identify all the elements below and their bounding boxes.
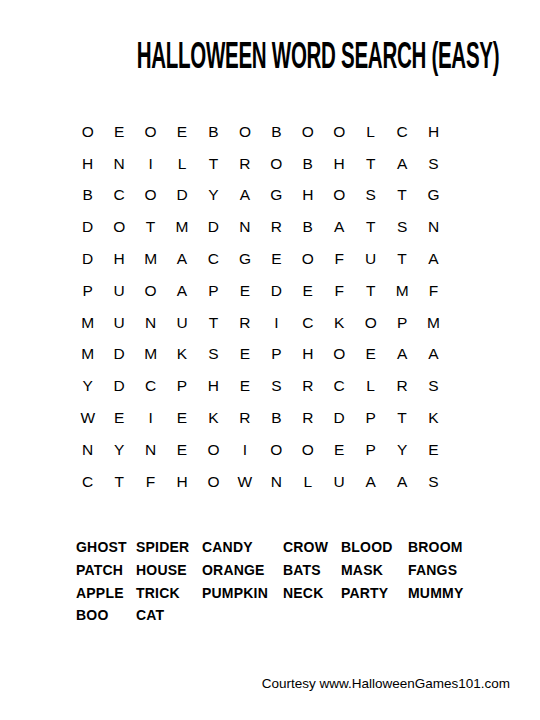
word-item: BOO	[76, 604, 136, 627]
letter-cell: P	[386, 307, 417, 339]
letter-cell: P	[355, 402, 386, 434]
letter-cell: L	[292, 466, 323, 498]
letter-cell: T	[355, 275, 386, 307]
letter-cell: K	[198, 402, 229, 434]
word-item: BATS	[283, 559, 341, 582]
letter-cell: B	[198, 116, 229, 148]
letter-cell: U	[355, 243, 386, 275]
letter-cell: T	[386, 402, 417, 434]
letter-cell: E	[418, 434, 449, 466]
letter-cell: D	[103, 370, 134, 402]
puzzle-title: HALLOWEEN WORD SEARCH (EASY)	[0, 38, 540, 81]
letter-cell: E	[229, 339, 260, 371]
letter-cell: N	[103, 148, 134, 180]
letter-cell: N	[229, 211, 260, 243]
word-item: HOUSE	[136, 559, 202, 582]
letter-cell: G	[229, 243, 260, 275]
letter-cell: T	[198, 148, 229, 180]
letter-cell: W	[72, 402, 103, 434]
letter-cell: E	[229, 370, 260, 402]
letter-cell: A	[166, 275, 197, 307]
letter-cell: N	[135, 434, 166, 466]
letter-cell: L	[355, 116, 386, 148]
letter-cell: E	[103, 402, 134, 434]
letter-cell: E	[166, 434, 197, 466]
letter-cell: H	[324, 148, 355, 180]
letter-cell: M	[386, 275, 417, 307]
letter-cell: F	[324, 275, 355, 307]
word-item: MUMMY	[408, 581, 478, 604]
letter-cell: A	[386, 339, 417, 371]
letter-cell: T	[103, 466, 134, 498]
letter-cell: E	[324, 434, 355, 466]
letter-cell: S	[355, 180, 386, 212]
letter-cell: R	[292, 370, 323, 402]
letter-cell: E	[229, 275, 260, 307]
letter-cell: F	[418, 275, 449, 307]
letter-cell: E	[103, 116, 134, 148]
letter-cell: H	[103, 243, 134, 275]
letter-cell: D	[103, 339, 134, 371]
letter-cell: M	[135, 339, 166, 371]
letter-cell: N	[72, 434, 103, 466]
letter-cell: E	[166, 402, 197, 434]
letter-cell: O	[324, 116, 355, 148]
letter-cell: O	[355, 307, 386, 339]
letter-cell: D	[261, 275, 292, 307]
letter-cell: B	[261, 402, 292, 434]
letter-cell: S	[198, 339, 229, 371]
letter-cell: E	[355, 339, 386, 371]
letter-cell: D	[198, 211, 229, 243]
word-item: BLOOD	[341, 536, 408, 559]
letter-cell: M	[72, 339, 103, 371]
letter-cell: O	[72, 116, 103, 148]
letter-cell: F	[324, 243, 355, 275]
letter-cell: S	[418, 466, 449, 498]
letter-cell: B	[261, 116, 292, 148]
letter-cell: R	[292, 402, 323, 434]
letter-cell: O	[229, 116, 260, 148]
word-list: GHOSTSPIDERCANDYCROWBLOODBROOMPATCHHOUSE…	[76, 536, 478, 627]
letter-cell: S	[386, 211, 417, 243]
letter-cell: K	[324, 307, 355, 339]
letter-cell: A	[166, 243, 197, 275]
letter-cell: O	[135, 116, 166, 148]
letter-cell: T	[386, 243, 417, 275]
letter-cell: O	[324, 339, 355, 371]
letter-cell: P	[198, 275, 229, 307]
letter-cell: A	[418, 339, 449, 371]
letter-cell: R	[229, 148, 260, 180]
letter-cell: C	[198, 243, 229, 275]
letter-cell: K	[166, 339, 197, 371]
letter-cell: H	[72, 148, 103, 180]
letter-cell: K	[418, 402, 449, 434]
letter-cell: H	[198, 370, 229, 402]
letter-cell: Y	[198, 180, 229, 212]
letter-cell: E	[261, 243, 292, 275]
letter-cell: O	[261, 148, 292, 180]
letter-cell: O	[292, 243, 323, 275]
letter-cell: B	[72, 180, 103, 212]
letter-cell: O	[198, 434, 229, 466]
letter-cell: F	[135, 466, 166, 498]
word-item: PUMPKIN	[202, 581, 283, 604]
letter-cell: P	[261, 339, 292, 371]
letter-cell: A	[229, 180, 260, 212]
letter-cell: O	[292, 434, 323, 466]
word-item: FANGS	[408, 559, 478, 582]
letter-cell: A	[386, 466, 417, 498]
letter-cell: D	[166, 180, 197, 212]
letter-cell: P	[166, 370, 197, 402]
word-item: PARTY	[341, 581, 408, 604]
letter-cell: I	[261, 307, 292, 339]
letter-cell: W	[229, 466, 260, 498]
letter-cell: T	[355, 211, 386, 243]
letter-cell: O	[198, 466, 229, 498]
letter-cell: G	[261, 180, 292, 212]
word-item: PATCH	[76, 559, 136, 582]
letter-cell: S	[418, 370, 449, 402]
letter-cell: P	[355, 434, 386, 466]
letter-cell: C	[135, 370, 166, 402]
letter-cell: M	[418, 307, 449, 339]
letter-cell: B	[292, 211, 323, 243]
letter-cell: O	[261, 434, 292, 466]
letter-cell: T	[198, 307, 229, 339]
letter-grid: OEOEBOBOOLCHHNILTROBHTASBCODYAGHOSTGDOTM…	[72, 116, 449, 498]
letter-cell: L	[355, 370, 386, 402]
letter-cell: C	[292, 307, 323, 339]
letter-cell: N	[261, 466, 292, 498]
word-item: CROW	[283, 536, 341, 559]
letter-cell: E	[166, 116, 197, 148]
letter-cell: P	[72, 275, 103, 307]
letter-cell: I	[135, 148, 166, 180]
word-item: TRICK	[136, 581, 202, 604]
puzzle-page: HALLOWEEN WORD SEARCH (EASY) OEOEBOBOOLC…	[0, 0, 540, 720]
letter-cell: U	[324, 466, 355, 498]
letter-cell: A	[386, 148, 417, 180]
letter-cell: C	[386, 116, 417, 148]
word-item: BROOM	[408, 536, 478, 559]
letter-cell: R	[386, 370, 417, 402]
letter-cell: R	[261, 211, 292, 243]
word-item: SPIDER	[136, 536, 202, 559]
letter-cell: G	[418, 180, 449, 212]
puzzle-title-text: HALLOWEEN WORD SEARCH (EASY)	[137, 38, 500, 74]
letter-cell: D	[324, 402, 355, 434]
letter-cell: H	[418, 116, 449, 148]
letter-cell: T	[135, 211, 166, 243]
letter-cell: N	[135, 307, 166, 339]
letter-cell: O	[292, 116, 323, 148]
word-item: CAT	[136, 604, 202, 627]
letter-cell: T	[355, 148, 386, 180]
letter-cell: B	[292, 148, 323, 180]
letter-cell: U	[166, 307, 197, 339]
letter-cell: L	[166, 148, 197, 180]
letter-cell: C	[324, 370, 355, 402]
word-item: GHOST	[76, 536, 136, 559]
letter-cell: U	[103, 307, 134, 339]
credit-text: Courtesy www.HalloweenGames101.com	[262, 676, 510, 691]
letter-cell: Y	[386, 434, 417, 466]
letter-cell: H	[292, 180, 323, 212]
letter-cell: C	[72, 466, 103, 498]
letter-cell: S	[418, 148, 449, 180]
word-item: ORANGE	[202, 559, 283, 582]
letter-cell: N	[418, 211, 449, 243]
letter-cell: H	[166, 466, 197, 498]
letter-cell: M	[166, 211, 197, 243]
letter-cell: M	[72, 307, 103, 339]
letter-cell: H	[292, 339, 323, 371]
letter-cell: A	[324, 211, 355, 243]
letter-cell: M	[135, 243, 166, 275]
letter-cell: R	[229, 402, 260, 434]
word-item: APPLE	[76, 581, 136, 604]
word-item: CANDY	[202, 536, 283, 559]
word-item: NECK	[283, 581, 341, 604]
letter-cell: O	[324, 180, 355, 212]
letter-cell: S	[261, 370, 292, 402]
letter-cell: R	[229, 307, 260, 339]
letter-cell: D	[72, 243, 103, 275]
letter-cell: Y	[72, 370, 103, 402]
letter-cell: T	[386, 180, 417, 212]
letter-cell: A	[418, 243, 449, 275]
letter-cell: D	[72, 211, 103, 243]
letter-cell: A	[355, 466, 386, 498]
letter-cell: O	[135, 275, 166, 307]
word-item: MASK	[341, 559, 408, 582]
letter-cell: O	[103, 211, 134, 243]
letter-cell: O	[135, 180, 166, 212]
letter-cell: I	[229, 434, 260, 466]
letter-cell: I	[135, 402, 166, 434]
letter-cell: U	[103, 275, 134, 307]
letter-cell: C	[103, 180, 134, 212]
letter-cell: E	[292, 275, 323, 307]
letter-cell: Y	[103, 434, 134, 466]
